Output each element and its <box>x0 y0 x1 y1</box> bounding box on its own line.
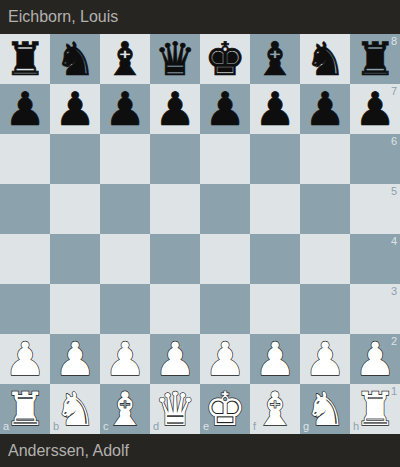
square-b5[interactable] <box>50 184 100 234</box>
square-a4[interactable] <box>0 234 50 284</box>
white-pawn-piece[interactable]: ♟ <box>104 336 145 382</box>
square-a7[interactable]: ♟ <box>0 84 50 134</box>
chess-board: ♜♞♝♛♚♝♞♜8♟♟♟♟♟♟♟♟76543♟♟♟♟♟♟♟♟2♜a♞b♝c♛d♚… <box>0 34 400 434</box>
square-g1[interactable]: ♞g <box>300 384 350 434</box>
rank-label-1: 1 <box>391 386 397 397</box>
white-knight-piece[interactable]: ♞ <box>54 386 95 432</box>
black-bishop-piece[interactable]: ♝ <box>254 36 295 82</box>
square-b8[interactable]: ♞ <box>50 34 100 84</box>
rank-label-4: 4 <box>391 236 397 247</box>
square-g7[interactable]: ♟ <box>300 84 350 134</box>
square-h3[interactable]: 3 <box>350 284 400 334</box>
rank-label-3: 3 <box>391 286 397 297</box>
square-e5[interactable] <box>200 184 250 234</box>
black-knight-piece[interactable]: ♞ <box>304 36 345 82</box>
black-pawn-piece[interactable]: ♟ <box>104 86 145 132</box>
square-g8[interactable]: ♞ <box>300 34 350 84</box>
square-h6[interactable]: 6 <box>350 134 400 184</box>
square-h1[interactable]: ♜1h <box>350 384 400 434</box>
black-pawn-piece[interactable]: ♟ <box>304 86 345 132</box>
square-a2[interactable]: ♟ <box>0 334 50 384</box>
square-c6[interactable] <box>100 134 150 184</box>
square-f8[interactable]: ♝ <box>250 34 300 84</box>
white-knight-piece[interactable]: ♞ <box>304 386 345 432</box>
file-label-d: d <box>153 421 159 432</box>
player-bar-bottom: Anderssen, Adolf <box>0 434 400 467</box>
black-pawn-piece[interactable]: ♟ <box>154 86 195 132</box>
square-d8[interactable]: ♛ <box>150 34 200 84</box>
square-f5[interactable] <box>250 184 300 234</box>
square-b7[interactable]: ♟ <box>50 84 100 134</box>
square-b4[interactable] <box>50 234 100 284</box>
square-c4[interactable] <box>100 234 150 284</box>
white-pawn-piece[interactable]: ♟ <box>54 336 95 382</box>
white-king-piece[interactable]: ♚ <box>204 386 245 432</box>
player-name-top: Eichborn, Louis <box>8 8 118 26</box>
black-pawn-piece[interactable]: ♟ <box>54 86 95 132</box>
square-d6[interactable] <box>150 134 200 184</box>
square-h4[interactable]: 4 <box>350 234 400 284</box>
square-e7[interactable]: ♟ <box>200 84 250 134</box>
file-label-b: b <box>53 421 59 432</box>
square-d3[interactable] <box>150 284 200 334</box>
file-label-f: f <box>253 421 256 432</box>
rank-label-8: 8 <box>391 36 397 47</box>
square-b6[interactable] <box>50 134 100 184</box>
white-pawn-piece[interactable]: ♟ <box>204 336 245 382</box>
file-label-g: g <box>303 421 309 432</box>
square-c7[interactable]: ♟ <box>100 84 150 134</box>
player-name-bottom: Anderssen, Adolf <box>8 442 129 460</box>
square-b3[interactable] <box>50 284 100 334</box>
square-c1[interactable]: ♝c <box>100 384 150 434</box>
square-f7[interactable]: ♟ <box>250 84 300 134</box>
square-a5[interactable] <box>0 184 50 234</box>
square-d1[interactable]: ♛d <box>150 384 200 434</box>
black-knight-piece[interactable]: ♞ <box>54 36 95 82</box>
square-a6[interactable] <box>0 134 50 184</box>
square-e2[interactable]: ♟ <box>200 334 250 384</box>
black-rook-piece[interactable]: ♜ <box>354 36 395 82</box>
square-f1[interactable]: ♝f <box>250 384 300 434</box>
black-pawn-piece[interactable]: ♟ <box>204 86 245 132</box>
square-g2[interactable]: ♟ <box>300 334 350 384</box>
square-a1[interactable]: ♜a <box>0 384 50 434</box>
rank-label-6: 6 <box>391 136 397 147</box>
black-queen-piece[interactable]: ♛ <box>154 36 195 82</box>
white-queen-piece[interactable]: ♛ <box>154 386 195 432</box>
file-label-a: a <box>3 421 9 432</box>
square-h7[interactable]: ♟7 <box>350 84 400 134</box>
white-rook-piece[interactable]: ♜ <box>4 386 45 432</box>
black-pawn-piece[interactable]: ♟ <box>354 86 395 132</box>
square-e6[interactable] <box>200 134 250 184</box>
rank-label-5: 5 <box>391 186 397 197</box>
square-e3[interactable] <box>200 284 250 334</box>
square-c2[interactable]: ♟ <box>100 334 150 384</box>
square-h5[interactable]: 5 <box>350 184 400 234</box>
white-bishop-piece[interactable]: ♝ <box>104 386 145 432</box>
square-c5[interactable] <box>100 184 150 234</box>
black-pawn-piece[interactable]: ♟ <box>254 86 295 132</box>
square-d2[interactable]: ♟ <box>150 334 200 384</box>
square-d5[interactable] <box>150 184 200 234</box>
square-d4[interactable] <box>150 234 200 284</box>
square-e4[interactable] <box>200 234 250 284</box>
square-g6[interactable] <box>300 134 350 184</box>
square-f4[interactable] <box>250 234 300 284</box>
black-bishop-piece[interactable]: ♝ <box>104 36 145 82</box>
square-f3[interactable] <box>250 284 300 334</box>
white-pawn-piece[interactable]: ♟ <box>154 336 195 382</box>
square-f6[interactable] <box>250 134 300 184</box>
file-label-e: e <box>203 421 209 432</box>
black-king-piece[interactable]: ♚ <box>204 36 245 82</box>
file-label-h: h <box>353 421 359 432</box>
rank-label-2: 2 <box>391 336 397 347</box>
player-bar-top: Eichborn, Louis <box>0 0 400 34</box>
black-rook-piece[interactable]: ♜ <box>4 36 45 82</box>
white-pawn-piece[interactable]: ♟ <box>354 336 395 382</box>
square-d7[interactable]: ♟ <box>150 84 200 134</box>
square-e8[interactable]: ♚ <box>200 34 250 84</box>
square-b1[interactable]: ♞b <box>50 384 100 434</box>
white-pawn-piece[interactable]: ♟ <box>304 336 345 382</box>
square-b2[interactable]: ♟ <box>50 334 100 384</box>
square-a3[interactable] <box>0 284 50 334</box>
file-label-c: c <box>103 421 109 432</box>
chess-game-window: Eichborn, Louis ♜♞♝♛♚♝♞♜8♟♟♟♟♟♟♟♟76543♟♟… <box>0 0 400 467</box>
black-pawn-piece[interactable]: ♟ <box>4 86 45 132</box>
square-g3[interactable] <box>300 284 350 334</box>
white-bishop-piece[interactable]: ♝ <box>254 386 295 432</box>
square-a8[interactable]: ♜ <box>0 34 50 84</box>
white-pawn-piece[interactable]: ♟ <box>254 336 295 382</box>
square-c3[interactable] <box>100 284 150 334</box>
square-h8[interactable]: ♜8 <box>350 34 400 84</box>
square-g4[interactable] <box>300 234 350 284</box>
square-g5[interactable] <box>300 184 350 234</box>
square-h2[interactable]: ♟2 <box>350 334 400 384</box>
white-pawn-piece[interactable]: ♟ <box>4 336 45 382</box>
square-c8[interactable]: ♝ <box>100 34 150 84</box>
rank-label-7: 7 <box>391 86 397 97</box>
square-f2[interactable]: ♟ <box>250 334 300 384</box>
square-e1[interactable]: ♚e <box>200 384 250 434</box>
white-rook-piece[interactable]: ♜ <box>354 386 395 432</box>
